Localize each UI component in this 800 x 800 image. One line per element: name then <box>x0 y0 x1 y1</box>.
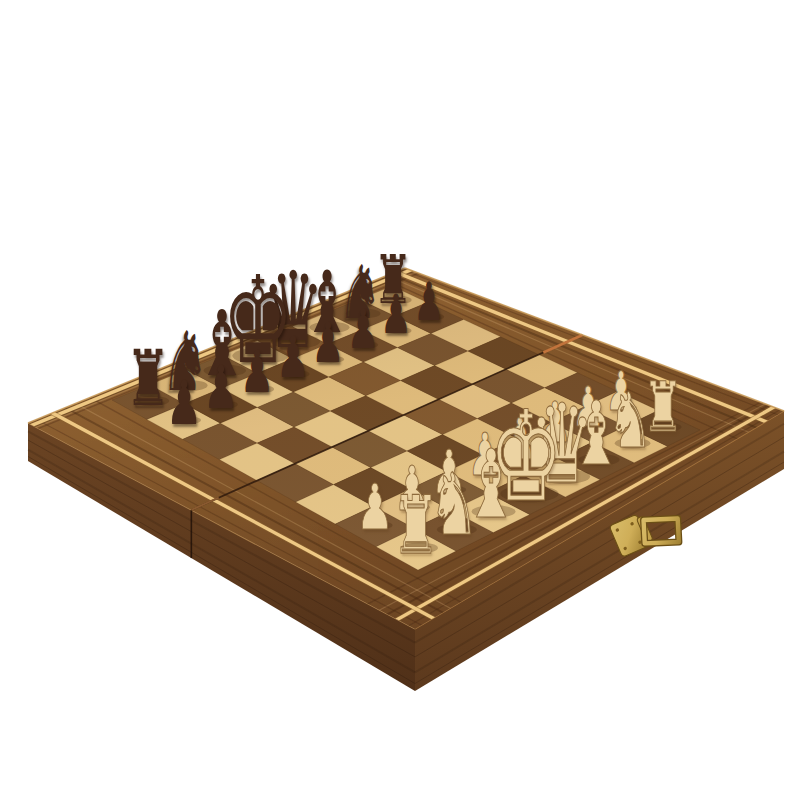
piece-contact-shadow <box>500 485 558 502</box>
piece-contact-shadow <box>133 396 169 406</box>
piece-contact-shadow <box>578 454 619 466</box>
piece-contact-shadow <box>615 438 651 448</box>
piece-contact-shadow <box>401 542 438 553</box>
piece-contact-shadow <box>510 452 537 460</box>
piece-contact-shadow <box>232 348 288 364</box>
piece-contact-shadow <box>380 295 411 304</box>
folding-chessboard <box>0 0 800 800</box>
piece-contact-shadow <box>472 505 516 518</box>
piece-contact-shadow <box>169 380 207 391</box>
piece-contact-shadow <box>539 469 590 484</box>
piece-contact-shadow <box>474 469 501 477</box>
piece-contact-shadow <box>419 313 444 320</box>
piece-contact-shadow <box>401 503 430 511</box>
piece-contact-shadow <box>437 524 477 536</box>
piece-contact-shadow <box>649 422 681 431</box>
piece-contact-shadow <box>578 420 604 427</box>
piece-contact-shadow <box>438 486 466 494</box>
piece-contact-shadow <box>247 385 274 393</box>
piece-contact-shadow <box>346 308 381 318</box>
piece-contact-shadow <box>318 356 344 364</box>
piece-contact-shadow <box>172 416 201 424</box>
piece-contact-shadow <box>352 341 378 348</box>
piece-contact-shadow <box>310 322 350 334</box>
piece-contact-shadow <box>544 436 570 444</box>
piece-contact-shadow <box>204 364 246 376</box>
piece-contact-shadow <box>283 370 310 378</box>
chess-set-photo: ♜♞♟♝♟♛♟♚♟♝♟♞♟♜♟♟♟♟♜♟♞♟♝♟♛♟♚♟♝♟♞♜ <box>0 0 800 800</box>
piece-contact-shadow <box>611 404 636 411</box>
piece-contact-shadow <box>363 521 392 530</box>
piece-contact-shadow <box>271 334 320 348</box>
piece-contact-shadow <box>386 327 411 334</box>
piece-contact-shadow <box>210 401 238 409</box>
board-top-surface <box>0 225 800 684</box>
